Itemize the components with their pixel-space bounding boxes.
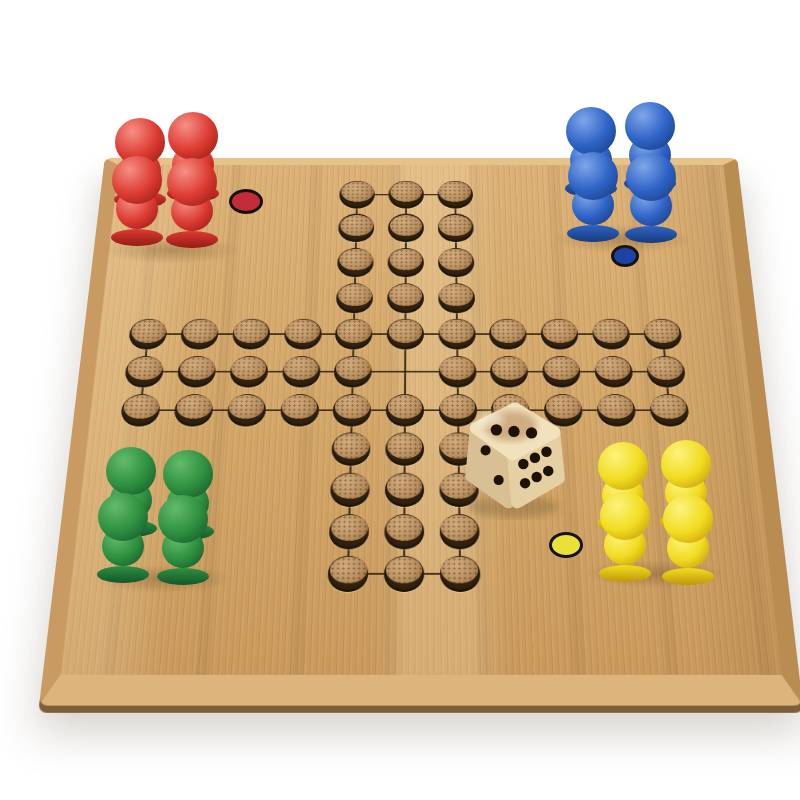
peg-head: [167, 158, 217, 206]
peg-base: [567, 225, 619, 242]
peg-head: [598, 442, 648, 490]
peg-base: [599, 565, 651, 582]
peg-blue-3[interactable]: [565, 152, 621, 242]
die[interactable]: [443, 391, 574, 522]
die-pip: [491, 424, 502, 435]
peg-head: [625, 102, 675, 150]
peg-yellow-4[interactable]: [660, 495, 716, 585]
peg-head: [600, 492, 650, 540]
peg-head: [98, 493, 148, 541]
peg-head: [661, 440, 711, 488]
peg-base: [157, 568, 209, 585]
die-pip: [481, 445, 491, 455]
peg-head: [168, 112, 218, 160]
die-pip: [494, 475, 504, 485]
die-pip: [526, 427, 537, 438]
die-pip: [520, 478, 530, 488]
photo-background: [0, 0, 800, 800]
peg-green-3[interactable]: [95, 493, 151, 583]
peg-cluster-yellow: [595, 442, 715, 592]
peg-cluster-blue: [563, 107, 683, 257]
peg-base: [97, 566, 149, 583]
pieces-overlay: [0, 0, 800, 800]
peg-red-3[interactable]: [109, 156, 165, 246]
die-pip: [531, 472, 541, 482]
die-highlight: [478, 412, 504, 427]
peg-head: [163, 450, 213, 498]
start-dot-red: [229, 189, 263, 214]
peg-cluster-green: [103, 447, 223, 597]
peg-head: [566, 107, 616, 155]
peg-base: [625, 226, 677, 243]
peg-blue-4[interactable]: [623, 153, 679, 243]
die-pip: [508, 426, 519, 437]
die-pip: [541, 446, 551, 456]
peg-base: [166, 231, 218, 248]
start-dot-yellow: [549, 532, 583, 558]
peg-yellow-3[interactable]: [597, 492, 653, 582]
peg-base: [662, 568, 714, 585]
peg-cluster-red: [112, 118, 232, 268]
die-pip: [518, 459, 528, 469]
peg-red-4[interactable]: [164, 158, 220, 248]
peg-base: [111, 229, 163, 246]
peg-head: [106, 447, 156, 495]
peg-head: [112, 156, 162, 204]
die-pip: [530, 453, 540, 463]
die-pip: [543, 466, 553, 476]
peg-head: [158, 495, 208, 543]
peg-green-4[interactable]: [155, 495, 211, 585]
peg-head: [663, 495, 713, 543]
peg-head: [626, 153, 676, 201]
peg-head: [568, 152, 618, 200]
